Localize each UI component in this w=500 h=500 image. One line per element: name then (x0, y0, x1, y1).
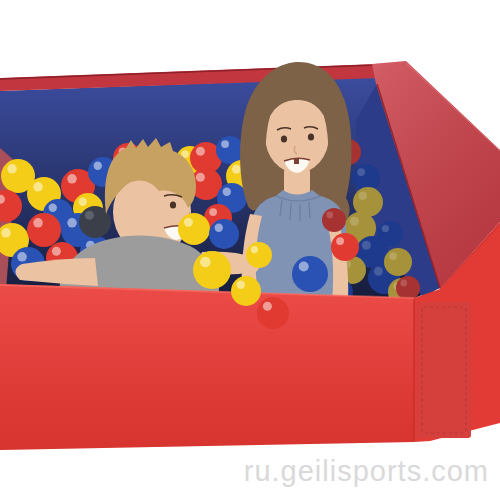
ball-yellow (193, 251, 231, 289)
product-photo: ru.geilisports.com (0, 0, 500, 500)
ball-red (257, 297, 289, 329)
ballpit-scene: ru.geilisports.com (0, 0, 500, 500)
ball-red (27, 213, 61, 247)
ball-blue (216, 136, 244, 164)
ball-yellowD (384, 248, 412, 276)
ball-blue (209, 219, 239, 249)
ball-redD (396, 276, 420, 300)
ball-redD (322, 208, 346, 232)
girl-eye-right (308, 133, 314, 140)
girl-missing-tooth (294, 159, 299, 164)
front-wall-shading (0, 284, 414, 450)
watermark-text: ru.geilisports.com (244, 455, 489, 487)
boy-eye (170, 201, 176, 208)
ball-yellow (246, 242, 272, 268)
ball-yellow (231, 276, 261, 306)
ball-blue (292, 256, 328, 292)
ball-yellow (178, 213, 210, 245)
corner-strap (417, 302, 471, 438)
girl-eye-left (281, 135, 287, 142)
ball-red (331, 233, 359, 261)
ball-blueD (377, 221, 403, 247)
